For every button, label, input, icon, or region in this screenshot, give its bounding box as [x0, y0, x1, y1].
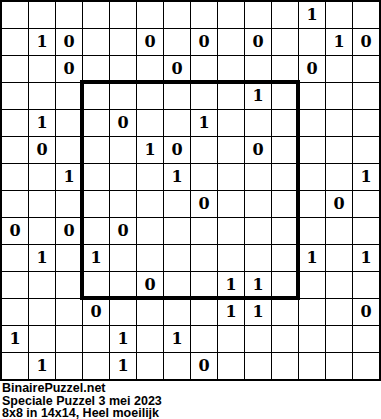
cell-r12c3[interactable]: [83, 326, 109, 352]
cell-r1c2: 0: [56, 29, 82, 55]
cell-r13c4: 1: [110, 353, 136, 379]
cell-r9c0[interactable]: [2, 245, 28, 271]
cell-r12c0: 1: [2, 326, 28, 352]
cell-r3c1[interactable]: [29, 83, 55, 109]
cell-r5c4[interactable]: [110, 137, 136, 163]
cell-r0c7[interactable]: [191, 2, 217, 28]
cell-r12c7[interactable]: [191, 326, 217, 352]
cell-r4c13[interactable]: [353, 110, 379, 136]
cell-r13c9[interactable]: [245, 353, 271, 379]
cell-r7c2[interactable]: [56, 191, 82, 217]
cell-r9c8[interactable]: [218, 245, 244, 271]
cell-r8c2: 0: [56, 218, 82, 244]
cell-r1c9: 0: [245, 29, 271, 55]
cell-r7c3[interactable]: [83, 191, 109, 217]
cell-r3c8[interactable]: [218, 83, 244, 109]
cell-r1c7: 0: [191, 29, 217, 55]
cell-r9c13: 1: [353, 245, 379, 271]
cell-r6c0[interactable]: [2, 164, 28, 190]
cell-r12c8[interactable]: [218, 326, 244, 352]
cell-r9c6[interactable]: [164, 245, 190, 271]
cell-r0c0[interactable]: [2, 2, 28, 28]
cell-r11c13: 0: [353, 299, 379, 325]
cell-r0c4[interactable]: [110, 2, 136, 28]
cell-r2c13[interactable]: [353, 56, 379, 82]
cell-r0c12[interactable]: [326, 2, 352, 28]
site-name: BinairePuzzel.net: [2, 382, 381, 395]
cell-r4c7: 1: [191, 110, 217, 136]
cell-r1c11[interactable]: [299, 29, 325, 55]
cell-r3c2[interactable]: [56, 83, 82, 109]
cell-r9c11: 1: [299, 245, 325, 271]
cell-r6c2: 1: [56, 164, 82, 190]
cell-r8c10[interactable]: [272, 218, 298, 244]
cell-r7c5[interactable]: [137, 191, 163, 217]
cell-r11c9: 1: [245, 299, 271, 325]
cell-r11c4[interactable]: [110, 299, 136, 325]
cell-r13c8[interactable]: [218, 353, 244, 379]
cell-r0c1[interactable]: [29, 2, 55, 28]
cell-r6c9[interactable]: [245, 164, 271, 190]
cell-r12c12[interactable]: [326, 326, 352, 352]
cell-r12c4: 1: [110, 326, 136, 352]
cell-r7c0[interactable]: [2, 191, 28, 217]
cell-r1c3[interactable]: [83, 29, 109, 55]
cell-r7c11[interactable]: [299, 191, 325, 217]
cell-r13c10[interactable]: [272, 353, 298, 379]
cell-r0c9[interactable]: [245, 2, 271, 28]
cell-r2c12[interactable]: [326, 56, 352, 82]
cell-r10c1[interactable]: [29, 272, 55, 298]
cell-r3c12[interactable]: [326, 83, 352, 109]
cell-r12c11[interactable]: [299, 326, 325, 352]
cell-r10c4[interactable]: [110, 272, 136, 298]
cell-r2c3[interactable]: [83, 56, 109, 82]
cell-r4c11[interactable]: [299, 110, 325, 136]
cell-r6c11[interactable]: [299, 164, 325, 190]
cell-r0c10[interactable]: [272, 2, 298, 28]
cell-r4c1: 1: [29, 110, 55, 136]
cell-r10c5: 0: [137, 272, 163, 298]
cell-r1c10[interactable]: [272, 29, 298, 55]
cell-r6c7[interactable]: [191, 164, 217, 190]
cell-r9c2[interactable]: [56, 245, 82, 271]
cell-r5c2[interactable]: [56, 137, 82, 163]
cell-r13c1: 1: [29, 353, 55, 379]
cell-r3c6[interactable]: [164, 83, 190, 109]
cell-r2c4[interactable]: [110, 56, 136, 82]
cell-r9c10[interactable]: [272, 245, 298, 271]
cell-r12c9[interactable]: [245, 326, 271, 352]
cell-r8c11[interactable]: [299, 218, 325, 244]
cell-r0c11: 1: [299, 2, 325, 28]
cell-r4c9[interactable]: [245, 110, 271, 136]
cell-r8c8[interactable]: [218, 218, 244, 244]
cell-r9c7[interactable]: [191, 245, 217, 271]
cell-r6c1[interactable]: [29, 164, 55, 190]
footer: BinairePuzzel.net Speciale Puzzel 3 mei …: [0, 381, 381, 419]
cell-r8c4: 0: [110, 218, 136, 244]
cell-r7c8[interactable]: [218, 191, 244, 217]
cell-r4c10[interactable]: [272, 110, 298, 136]
cell-r6c10[interactable]: [272, 164, 298, 190]
cell-r10c13[interactable]: [353, 272, 379, 298]
cell-r11c8: 1: [218, 299, 244, 325]
cell-r0c2[interactable]: [56, 2, 82, 28]
cell-r11c10[interactable]: [272, 299, 298, 325]
cell-r7c7: 0: [191, 191, 217, 217]
cell-r3c13[interactable]: [353, 83, 379, 109]
cell-r3c4[interactable]: [110, 83, 136, 109]
cell-r13c11[interactable]: [299, 353, 325, 379]
cell-r10c0[interactable]: [2, 272, 28, 298]
cell-r11c11[interactable]: [299, 299, 325, 325]
cell-r7c10[interactable]: [272, 191, 298, 217]
cell-r11c7[interactable]: [191, 299, 217, 325]
cell-r9c12[interactable]: [326, 245, 352, 271]
cell-r13c6[interactable]: [164, 353, 190, 379]
puzzle-grid: 1100001000011010100111000001111011011011…: [0, 0, 381, 381]
cell-r5c6: 0: [164, 137, 190, 163]
cell-r10c7[interactable]: [191, 272, 217, 298]
cell-r5c10[interactable]: [272, 137, 298, 163]
cell-r10c10[interactable]: [272, 272, 298, 298]
cell-r1c12: 1: [326, 29, 352, 55]
cell-r12c6: 1: [164, 326, 190, 352]
puzzle-difficulty: 8x8 in 14x14, Heel moeilijk: [2, 407, 381, 419]
cell-r12c2[interactable]: [56, 326, 82, 352]
cell-r1c1: 1: [29, 29, 55, 55]
cell-r0c3[interactable]: [83, 2, 109, 28]
cell-r4c3[interactable]: [83, 110, 109, 136]
cell-r6c3[interactable]: [83, 164, 109, 190]
cell-r13c0[interactable]: [2, 353, 28, 379]
cell-r9c1: 1: [29, 245, 55, 271]
cell-r12c10[interactable]: [272, 326, 298, 352]
cell-r8c13[interactable]: [353, 218, 379, 244]
cell-r7c13[interactable]: [353, 191, 379, 217]
cell-r1c4[interactable]: [110, 29, 136, 55]
cell-r10c2[interactable]: [56, 272, 82, 298]
cell-r1c8[interactable]: [218, 29, 244, 55]
cell-r9c9[interactable]: [245, 245, 271, 271]
cell-r10c11[interactable]: [299, 272, 325, 298]
cell-r6c12[interactable]: [326, 164, 352, 190]
cell-r8c6[interactable]: [164, 218, 190, 244]
cell-r10c6[interactable]: [164, 272, 190, 298]
cell-r11c6[interactable]: [164, 299, 190, 325]
cell-r13c5[interactable]: [137, 353, 163, 379]
cell-r0c8[interactable]: [218, 2, 244, 28]
cell-r5c12[interactable]: [326, 137, 352, 163]
cell-r13c13[interactable]: [353, 353, 379, 379]
cell-r4c12[interactable]: [326, 110, 352, 136]
cell-r8c3[interactable]: [83, 218, 109, 244]
cell-r11c1[interactable]: [29, 299, 55, 325]
cell-r0c5[interactable]: [137, 2, 163, 28]
cell-r11c12[interactable]: [326, 299, 352, 325]
cell-r1c5: 0: [137, 29, 163, 55]
cell-r0c13[interactable]: [353, 2, 379, 28]
cell-r2c6: 0: [164, 56, 190, 82]
cell-r13c3[interactable]: [83, 353, 109, 379]
cell-r9c5[interactable]: [137, 245, 163, 271]
cell-r6c5[interactable]: [137, 164, 163, 190]
cell-r2c7[interactable]: [191, 56, 217, 82]
cell-r5c8[interactable]: [218, 137, 244, 163]
cell-r4c2[interactable]: [56, 110, 82, 136]
cell-r3c11[interactable]: [299, 83, 325, 109]
cell-r2c0[interactable]: [2, 56, 28, 82]
cell-r11c0[interactable]: [2, 299, 28, 325]
cell-r2c5[interactable]: [137, 56, 163, 82]
cell-r3c7[interactable]: [191, 83, 217, 109]
cell-r4c4: 0: [110, 110, 136, 136]
cell-r2c1[interactable]: [29, 56, 55, 82]
cell-r2c9[interactable]: [245, 56, 271, 82]
cell-r2c11: 0: [299, 56, 325, 82]
cell-r7c9[interactable]: [245, 191, 271, 217]
cell-r4c8[interactable]: [218, 110, 244, 136]
cell-r8c5[interactable]: [137, 218, 163, 244]
cell-r4c0[interactable]: [2, 110, 28, 136]
cell-r10c3[interactable]: [83, 272, 109, 298]
cell-r13c7: 0: [191, 353, 217, 379]
cell-r6c6: 1: [164, 164, 190, 190]
cell-r8c7[interactable]: [191, 218, 217, 244]
cell-r0c6[interactable]: [164, 2, 190, 28]
puzzle-board: 1100001000011010100111000001111011011011…: [0, 0, 381, 381]
cell-r12c1[interactable]: [29, 326, 55, 352]
cell-r3c5[interactable]: [137, 83, 163, 109]
cell-r5c0[interactable]: [2, 137, 28, 163]
cell-r2c10[interactable]: [272, 56, 298, 82]
cell-r10c12[interactable]: [326, 272, 352, 298]
cell-r1c6[interactable]: [164, 29, 190, 55]
cell-r8c9[interactable]: [245, 218, 271, 244]
cell-r6c13: 1: [353, 164, 379, 190]
cell-r3c10[interactable]: [272, 83, 298, 109]
cell-r7c1[interactable]: [29, 191, 55, 217]
cell-r5c7[interactable]: [191, 137, 217, 163]
cell-r12c13[interactable]: [353, 326, 379, 352]
cell-r8c0: 0: [2, 218, 28, 244]
cell-r9c4[interactable]: [110, 245, 136, 271]
cell-r8c1[interactable]: [29, 218, 55, 244]
cell-r11c2[interactable]: [56, 299, 82, 325]
cell-r3c9: 1: [245, 83, 271, 109]
cell-r6c8[interactable]: [218, 164, 244, 190]
cell-r4c5[interactable]: [137, 110, 163, 136]
cell-r1c13: 0: [353, 29, 379, 55]
cell-r5c1: 0: [29, 137, 55, 163]
cell-r3c0[interactable]: [2, 83, 28, 109]
cell-r11c5[interactable]: [137, 299, 163, 325]
cell-r5c11[interactable]: [299, 137, 325, 163]
cell-r10c9: 1: [245, 272, 271, 298]
cell-r7c12: 0: [326, 191, 352, 217]
cell-r5c5: 1: [137, 137, 163, 163]
cell-r1c0[interactable]: [2, 29, 28, 55]
cell-r2c8[interactable]: [218, 56, 244, 82]
cell-r5c13[interactable]: [353, 137, 379, 163]
cell-r13c2[interactable]: [56, 353, 82, 379]
cell-r6c4[interactable]: [110, 164, 136, 190]
cell-r4c6[interactable]: [164, 110, 190, 136]
cell-r7c6[interactable]: [164, 191, 190, 217]
cell-r11c3: 0: [83, 299, 109, 325]
cell-r2c2: 0: [56, 56, 82, 82]
cell-r12c5[interactable]: [137, 326, 163, 352]
cell-r9c3: 1: [83, 245, 109, 271]
cell-r7c4[interactable]: [110, 191, 136, 217]
cell-r5c9: 0: [245, 137, 271, 163]
cell-r10c8: 1: [218, 272, 244, 298]
cell-r5c3[interactable]: [83, 137, 109, 163]
cell-r8c12[interactable]: [326, 218, 352, 244]
cell-r13c12[interactable]: [326, 353, 352, 379]
cell-r3c3[interactable]: [83, 83, 109, 109]
